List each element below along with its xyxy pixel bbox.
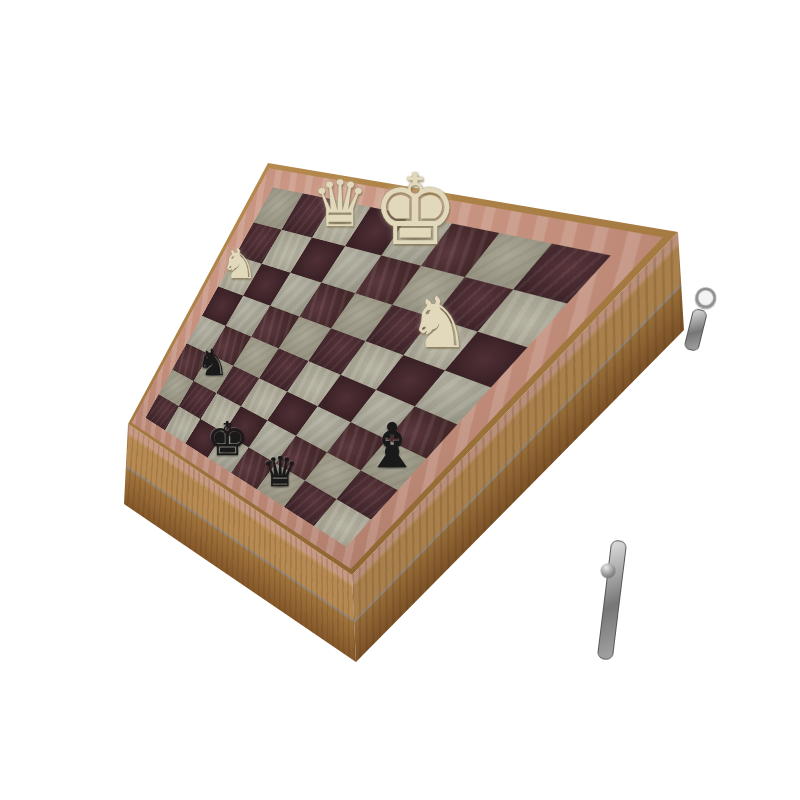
clasp-icon-lower (597, 539, 628, 660)
hinge-bar (597, 539, 628, 660)
clasp-bar (683, 308, 708, 352)
product-photo-chess-box: ♛♚♞♞♞♝♚♛ (0, 0, 800, 800)
clasp-icon-upper (677, 284, 719, 354)
clasp-ring (693, 285, 718, 310)
